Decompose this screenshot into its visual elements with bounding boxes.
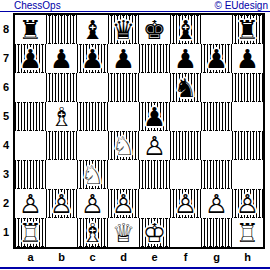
piece-white-pawn: ♟♙ — [108, 190, 139, 217]
piece-black-rook: ♜ — [15, 15, 46, 44]
piece-black-knight: ♞ — [170, 74, 201, 101]
square-d6[interactable] — [108, 73, 139, 102]
square-d1[interactable]: ♛♕ — [108, 218, 139, 247]
file-label-d: d — [108, 250, 139, 266]
piece-black-queen: ♛ — [108, 16, 139, 43]
piece-black-bishop: ♝ — [77, 15, 108, 44]
file-label-c: c — [77, 250, 108, 266]
square-d5[interactable] — [108, 102, 139, 131]
square-a5[interactable] — [15, 102, 46, 131]
piece-black-king: ♚ — [139, 15, 170, 44]
square-d4[interactable]: ♞♘ — [108, 131, 139, 160]
square-h6[interactable] — [232, 73, 263, 102]
chess-board: ♜♝♛♚♝♜♟♟♟♟♟♟♟♞♝♗♟♞♘♟♙♞♘♟♙♟♙♟♙♟♙♟♙♟♙♟♙♜♖♝… — [13, 13, 265, 249]
square-c7[interactable]: ♟ — [77, 44, 108, 73]
square-e6[interactable] — [139, 73, 170, 102]
square-b6[interactable] — [46, 73, 77, 102]
square-e3[interactable] — [139, 160, 170, 189]
square-e7[interactable] — [139, 44, 170, 73]
square-h7[interactable]: ♟ — [232, 44, 263, 73]
piece-white-bishop: ♝♗ — [46, 102, 77, 131]
file-label-a: a — [15, 250, 46, 266]
square-g8[interactable] — [201, 15, 232, 44]
piece-white-rook: ♜♖ — [15, 219, 46, 246]
square-c3[interactable]: ♞♘ — [77, 160, 108, 189]
square-b4[interactable] — [46, 131, 77, 160]
square-e8[interactable]: ♚ — [139, 15, 170, 44]
file-label-g: g — [201, 250, 232, 266]
piece-black-pawn: ♟ — [108, 44, 139, 73]
square-g3[interactable] — [201, 160, 232, 189]
piece-black-pawn: ♟ — [139, 103, 170, 130]
piece-white-pawn: ♟♙ — [232, 190, 263, 217]
piece-white-pawn: ♟♙ — [77, 189, 108, 218]
square-f2[interactable]: ♟♙ — [170, 189, 201, 218]
piece-black-pawn: ♟ — [201, 45, 232, 72]
square-b5[interactable]: ♝♗ — [46, 102, 77, 131]
square-f3[interactable] — [170, 160, 201, 189]
square-c4[interactable] — [77, 131, 108, 160]
bottom-rule — [0, 267, 270, 269]
square-b1[interactable] — [46, 218, 77, 247]
piece-white-pawn: ♟♙ — [46, 190, 77, 217]
square-h5[interactable] — [232, 102, 263, 131]
square-g7[interactable]: ♟ — [201, 44, 232, 73]
credit-link[interactable]: © EUdesign — [214, 0, 268, 11]
piece-white-queen: ♛♕ — [108, 218, 139, 247]
square-d2[interactable]: ♟♙ — [108, 189, 139, 218]
square-g6[interactable] — [201, 73, 232, 102]
square-b2[interactable]: ♟♙ — [46, 189, 77, 218]
square-e2[interactable] — [139, 189, 170, 218]
piece-white-pawn: ♟♙ — [15, 189, 46, 218]
square-a8[interactable]: ♜ — [15, 15, 46, 44]
square-g4[interactable] — [201, 131, 232, 160]
rank-label-5: 5 — [0, 102, 12, 131]
rank-label-1: 1 — [0, 218, 12, 247]
piece-black-bishop: ♝ — [170, 16, 201, 43]
square-g2[interactable]: ♟♙ — [201, 189, 232, 218]
file-label-h: h — [232, 250, 263, 266]
piece-white-pawn: ♟♙ — [170, 190, 201, 217]
piece-black-pawn: ♟ — [77, 45, 108, 72]
square-b7[interactable]: ♟ — [46, 44, 77, 73]
square-e5[interactable]: ♟ — [139, 102, 170, 131]
square-e4[interactable]: ♟♙ — [139, 131, 170, 160]
square-g1[interactable] — [201, 218, 232, 247]
piece-white-pawn: ♟♙ — [139, 131, 170, 160]
square-h3[interactable] — [232, 160, 263, 189]
square-g5[interactable] — [201, 102, 232, 131]
square-a3[interactable] — [15, 160, 46, 189]
square-d8[interactable]: ♛ — [108, 15, 139, 44]
square-a4[interactable] — [15, 131, 46, 160]
piece-black-rook: ♜ — [232, 16, 263, 43]
square-f1[interactable] — [170, 218, 201, 247]
app-title[interactable]: ChessOps — [14, 0, 61, 11]
square-a6[interactable] — [15, 73, 46, 102]
square-f5[interactable] — [170, 102, 201, 131]
square-h4[interactable] — [232, 131, 263, 160]
square-f8[interactable]: ♝ — [170, 15, 201, 44]
file-label-e: e — [139, 250, 170, 266]
square-e1[interactable]: ♚♔ — [139, 218, 170, 247]
file-label-f: f — [170, 250, 201, 266]
rank-label-7: 7 — [0, 44, 12, 73]
square-f7[interactable]: ♟ — [170, 44, 201, 73]
square-d3[interactable] — [108, 160, 139, 189]
square-b3[interactable] — [46, 160, 77, 189]
piece-black-pawn: ♟ — [15, 45, 46, 72]
file-label-b: b — [46, 250, 77, 266]
rank-label-4: 4 — [0, 131, 12, 160]
square-c6[interactable] — [77, 73, 108, 102]
piece-white-bishop: ♝♗ — [77, 219, 108, 246]
piece-white-knight: ♞♘ — [108, 132, 139, 159]
piece-white-rook: ♜♖ — [232, 218, 263, 247]
rank-label-2: 2 — [0, 189, 12, 218]
rank-label-8: 8 — [0, 15, 12, 44]
square-d7[interactable]: ♟ — [108, 44, 139, 73]
square-h8[interactable]: ♜ — [232, 15, 263, 44]
square-h2[interactable]: ♟♙ — [232, 189, 263, 218]
square-c8[interactable]: ♝ — [77, 15, 108, 44]
square-b8[interactable] — [46, 15, 77, 44]
piece-white-knight: ♞♘ — [77, 161, 108, 188]
square-c2[interactable]: ♟♙ — [77, 189, 108, 218]
square-a7[interactable]: ♟ — [15, 44, 46, 73]
square-a1[interactable]: ♜♖ — [15, 218, 46, 247]
piece-black-pawn: ♟ — [46, 44, 77, 73]
title-bar: ChessOps © EUdesign — [0, 0, 270, 12]
square-c5[interactable] — [77, 102, 108, 131]
piece-black-pawn: ♟ — [232, 44, 263, 73]
piece-black-pawn: ♟ — [170, 44, 201, 73]
piece-white-king: ♚♔ — [139, 219, 170, 246]
rank-label-3: 3 — [0, 160, 12, 189]
piece-white-pawn: ♟♙ — [201, 189, 232, 218]
square-c1[interactable]: ♝♗ — [77, 218, 108, 247]
square-f6[interactable]: ♞ — [170, 73, 201, 102]
square-h1[interactable]: ♜♖ — [232, 218, 263, 247]
square-a2[interactable]: ♟♙ — [15, 189, 46, 218]
square-f4[interactable] — [170, 131, 201, 160]
rank-label-6: 6 — [0, 73, 12, 102]
